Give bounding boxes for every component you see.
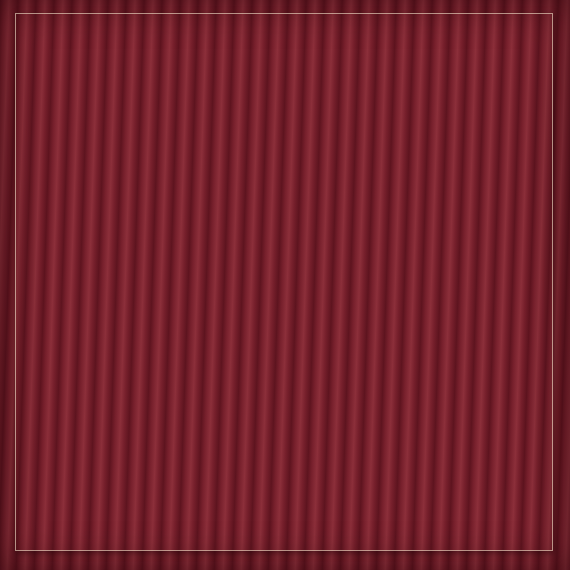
- file-labels: [15, 550, 551, 568]
- chessboard: [15, 13, 553, 551]
- board-frame: [0, 0, 570, 570]
- rank-labels: [0, 13, 15, 549]
